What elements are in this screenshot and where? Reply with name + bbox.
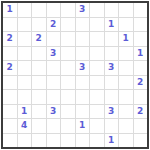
empty-cell-r10c1[interactable] <box>3 134 17 148</box>
empty-cell-r7c2[interactable] <box>18 90 32 104</box>
empty-cell-r1c5[interactable] <box>61 3 75 17</box>
empty-cell-r2c6[interactable] <box>76 18 90 32</box>
empty-cell-r1c9[interactable] <box>119 3 133 17</box>
empty-cell-r8c6[interactable] <box>76 105 90 119</box>
empty-cell-r5c7[interactable] <box>90 61 104 75</box>
clue-cell-r1c1: 1 <box>3 3 17 17</box>
empty-cell-r2c5[interactable] <box>61 18 75 32</box>
empty-cell-r8c5[interactable] <box>61 105 75 119</box>
clue-cell-r8c4: 3 <box>47 105 61 119</box>
empty-cell-r10c10[interactable] <box>134 134 148 148</box>
empty-cell-r9c4[interactable] <box>47 119 61 133</box>
empty-cell-r7c4[interactable] <box>47 90 61 104</box>
empty-cell-r10c9[interactable] <box>119 134 133 148</box>
empty-cell-r6c8[interactable] <box>105 76 119 90</box>
empty-cell-r3c4[interactable] <box>47 32 61 46</box>
empty-cell-r10c3[interactable] <box>32 134 46 148</box>
clue-cell-r8c10: 2 <box>134 105 148 119</box>
clue-cell-r6c10: 2 <box>134 76 148 90</box>
empty-cell-r3c7[interactable] <box>90 32 104 46</box>
clue-cell-r3c1: 2 <box>3 32 17 46</box>
empty-cell-r7c9[interactable] <box>119 90 133 104</box>
empty-cell-r1c8[interactable] <box>105 3 119 17</box>
empty-cell-r9c8[interactable] <box>105 119 119 133</box>
empty-cell-r9c1[interactable] <box>3 119 17 133</box>
clue-cell-r10c8: 1 <box>105 134 119 148</box>
empty-cell-r4c2[interactable] <box>18 47 32 61</box>
clue-cell-r5c1: 2 <box>3 61 17 75</box>
empty-cell-r10c4[interactable] <box>47 134 61 148</box>
empty-cell-r3c10[interactable] <box>134 32 148 46</box>
clue-cell-r2c4: 2 <box>47 18 61 32</box>
clue-cell-r4c4: 3 <box>47 47 61 61</box>
empty-cell-r9c7[interactable] <box>90 119 104 133</box>
empty-cell-r5c3[interactable] <box>32 61 46 75</box>
clue-cell-r5c8: 3 <box>105 61 119 75</box>
empty-cell-r6c6[interactable] <box>76 76 90 90</box>
empty-cell-r4c5[interactable] <box>61 47 75 61</box>
empty-cell-r4c6[interactable] <box>76 47 90 61</box>
empty-cell-r5c2[interactable] <box>18 61 32 75</box>
empty-cell-r6c4[interactable] <box>47 76 61 90</box>
empty-cell-r7c3[interactable] <box>32 90 46 104</box>
empty-cell-r2c7[interactable] <box>90 18 104 32</box>
empty-cell-r8c1[interactable] <box>3 105 17 119</box>
empty-cell-r9c5[interactable] <box>61 119 75 133</box>
minesweeper-puzzle-board: 13212213123321332411 <box>1 1 149 149</box>
clue-cell-r3c9: 1 <box>119 32 133 46</box>
empty-cell-r5c9[interactable] <box>119 61 133 75</box>
empty-cell-r4c3[interactable] <box>32 47 46 61</box>
clue-cell-r4c10: 1 <box>134 47 148 61</box>
empty-cell-r3c8[interactable] <box>105 32 119 46</box>
empty-cell-r4c7[interactable] <box>90 47 104 61</box>
empty-cell-r1c7[interactable] <box>90 3 104 17</box>
empty-cell-r3c6[interactable] <box>76 32 90 46</box>
empty-cell-r6c3[interactable] <box>32 76 46 90</box>
clue-cell-r1c6: 3 <box>76 3 90 17</box>
empty-cell-r1c4[interactable] <box>47 3 61 17</box>
empty-cell-r10c5[interactable] <box>61 134 75 148</box>
empty-cell-r4c8[interactable] <box>105 47 119 61</box>
clue-cell-r5c6: 3 <box>76 61 90 75</box>
empty-cell-r1c2[interactable] <box>18 3 32 17</box>
empty-cell-r3c2[interactable] <box>18 32 32 46</box>
clue-cell-r3c3: 2 <box>32 32 46 46</box>
empty-cell-r2c2[interactable] <box>18 18 32 32</box>
clue-cell-r2c8: 1 <box>105 18 119 32</box>
empty-cell-r8c7[interactable] <box>90 105 104 119</box>
empty-cell-r6c2[interactable] <box>18 76 32 90</box>
empty-cell-r7c5[interactable] <box>61 90 75 104</box>
empty-cell-r8c3[interactable] <box>32 105 46 119</box>
empty-cell-r5c10[interactable] <box>134 61 148 75</box>
empty-cell-r6c5[interactable] <box>61 76 75 90</box>
empty-cell-r9c10[interactable] <box>134 119 148 133</box>
empty-cell-r2c3[interactable] <box>32 18 46 32</box>
empty-cell-r10c7[interactable] <box>90 134 104 148</box>
empty-cell-r4c9[interactable] <box>119 47 133 61</box>
empty-cell-r7c6[interactable] <box>76 90 90 104</box>
empty-cell-r1c3[interactable] <box>32 3 46 17</box>
empty-cell-r3c5[interactable] <box>61 32 75 46</box>
empty-cell-r5c5[interactable] <box>61 61 75 75</box>
empty-cell-r7c10[interactable] <box>134 90 148 104</box>
empty-cell-r10c6[interactable] <box>76 134 90 148</box>
clue-cell-r9c2: 4 <box>18 119 32 133</box>
empty-cell-r7c1[interactable] <box>3 90 17 104</box>
empty-cell-r1c10[interactable] <box>134 3 148 17</box>
empty-cell-r2c1[interactable] <box>3 18 17 32</box>
clue-cell-r8c2: 1 <box>18 105 32 119</box>
clue-cell-r8c8: 3 <box>105 105 119 119</box>
empty-cell-r10c2[interactable] <box>18 134 32 148</box>
empty-cell-r7c8[interactable] <box>105 90 119 104</box>
empty-cell-r8c9[interactable] <box>119 105 133 119</box>
empty-cell-r5c4[interactable] <box>47 61 61 75</box>
empty-cell-r6c7[interactable] <box>90 76 104 90</box>
empty-cell-r6c9[interactable] <box>119 76 133 90</box>
empty-cell-r9c3[interactable] <box>32 119 46 133</box>
empty-cell-r4c1[interactable] <box>3 47 17 61</box>
empty-cell-r2c9[interactable] <box>119 18 133 32</box>
empty-cell-r7c7[interactable] <box>90 90 104 104</box>
empty-cell-r2c10[interactable] <box>134 18 148 32</box>
clue-cell-r9c6: 1 <box>76 119 90 133</box>
empty-cell-r6c1[interactable] <box>3 76 17 90</box>
empty-cell-r9c9[interactable] <box>119 119 133 133</box>
